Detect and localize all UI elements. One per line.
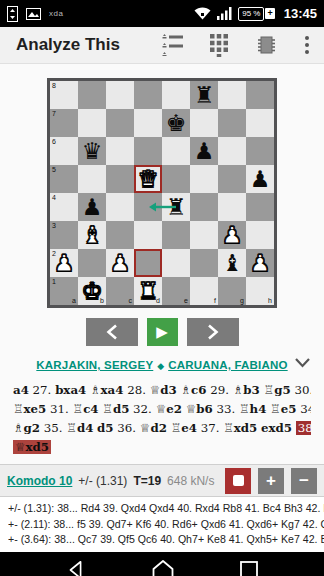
square-c3[interactable] [106, 221, 134, 249]
stop-icon [233, 475, 244, 486]
move-token[interactable]: 27. [33, 383, 52, 397]
square-f6[interactable]: ♟ [190, 137, 218, 165]
engine-name-link[interactable]: Komodo 10 [7, 474, 72, 488]
square-c5[interactable] [106, 165, 134, 193]
engine-variations: +/- (1.31): 38... Rd4 39. Qxd4 Qxd4 40. … [0, 497, 324, 552]
back-button[interactable] [65, 559, 87, 576]
square-e5[interactable] [162, 165, 190, 193]
status-bar: xda 95 % + 13:45 [0, 0, 324, 27]
square-f7[interactable] [190, 109, 218, 137]
move-token[interactable]: 28. [127, 383, 146, 397]
square-e6[interactable] [162, 137, 190, 165]
usb-device-icon [7, 6, 18, 22]
move-token[interactable]: 35. [44, 421, 63, 435]
move-token[interactable]: 29. [210, 383, 229, 397]
square-h7[interactable] [246, 109, 274, 137]
square-f1[interactable]: f [190, 277, 218, 305]
square-c6[interactable] [106, 137, 134, 165]
play-icon: ▶ [156, 325, 168, 340]
square-f8[interactable]: ♜ [190, 81, 218, 109]
move-token[interactable]: a4 [13, 383, 29, 397]
square-a2[interactable]: 2♟ [50, 249, 78, 277]
square-a4[interactable]: 4 [50, 193, 78, 221]
chevron-left-icon [106, 324, 118, 340]
black-queen: ♛ [78, 137, 106, 165]
square-b3[interactable]: ♝ [78, 221, 106, 249]
white-rook: ♜ [134, 277, 162, 305]
notification-text: xda [49, 9, 63, 18]
move-line-3: ♗g2 35. ♖d4 d5 36. ♕d2 ♖e4 37. ♖xd5 exd5… [13, 419, 311, 438]
move-token[interactable]: ♖e4 [171, 421, 197, 435]
move-token[interactable]: ♕d3 [150, 383, 177, 397]
square-f4[interactable] [190, 193, 218, 221]
square-c4[interactable] [106, 193, 134, 221]
white-bishop: ♝ [78, 221, 106, 249]
engine-eval: +/- (1.31) [78, 474, 127, 488]
move-token[interactable]: exd5 [261, 421, 292, 435]
square-b8[interactable] [78, 81, 106, 109]
square-h6[interactable] [246, 137, 274, 165]
square-e7[interactable]: ♚ [162, 109, 190, 137]
previous-move-button[interactable] [86, 318, 138, 346]
black-pawn: ♟ [78, 193, 106, 221]
black-player-link[interactable]: CARUANA, FABIANO [168, 359, 287, 371]
move-token[interactable]: ♖e5 [270, 402, 296, 416]
move-token[interactable]: ♖d4 [66, 421, 93, 435]
square-b1[interactable]: b♚ [78, 277, 106, 305]
move-token[interactable]: 34. [300, 402, 311, 416]
black-rook: ♜ [162, 193, 190, 221]
cell-signal-icon [217, 7, 232, 20]
square-a1[interactable]: 1a [50, 277, 78, 305]
square-a8[interactable]: 8 [50, 81, 78, 109]
square-a5[interactable]: 5 [50, 165, 78, 193]
players-row: KARJAKIN, SERGEY◆CARUANA, FABIANO [0, 355, 324, 373]
square-e4[interactable]: ♜ [162, 193, 190, 221]
square-h5[interactable]: ♟ [246, 165, 274, 193]
white-queen: ♛ [134, 165, 162, 193]
current-move-number[interactable]: 38. [296, 421, 311, 435]
screenshot-image-icon [26, 8, 41, 20]
engine-line-1[interactable]: +/- (1.31): 38... Rd4 39. Qxd4 Qxd4 40. … [8, 501, 324, 517]
move-token[interactable]: ♖h4 [239, 402, 266, 416]
square-b2[interactable] [78, 249, 106, 277]
file-label-c: c [129, 297, 133, 304]
move-token[interactable]: ♗b3 [233, 383, 260, 397]
square-c2[interactable]: ♟ [106, 249, 134, 277]
remove-engine-line-button[interactable]: − [291, 468, 317, 494]
square-d1[interactable]: d♜ [134, 277, 162, 305]
home-button[interactable] [151, 559, 175, 576]
move-token[interactable]: d5 [97, 421, 113, 435]
file-label-f: f [214, 297, 216, 304]
square-d4[interactable] [134, 193, 162, 221]
square-c8[interactable] [106, 81, 134, 109]
move-token[interactable]: ♗g2 [13, 421, 40, 435]
move-token[interactable]: ♕b6 [186, 402, 213, 416]
next-move-button[interactable] [187, 318, 239, 346]
engine-stop-button[interactable] [225, 468, 251, 494]
move-navigation: ▶ [0, 318, 324, 346]
square-f5[interactable] [190, 165, 218, 193]
move-line-1: a4 27. bxa4 ♗xa4 28. ♕d3 ♗c6 29. ♗b3 ♖g5… [13, 381, 311, 400]
engine-depth: T=19 [133, 474, 161, 488]
rank-label-1: 1 [52, 278, 56, 285]
move-list[interactable]: a4 27. bxa4 ♗xa4 28. ♕d3 ♗c6 29. ♗b3 ♖g5… [0, 381, 324, 457]
move-token[interactable]: 36. [117, 421, 136, 435]
battery-charging-icon: + [265, 8, 274, 19]
move-token[interactable]: ♕e2 [156, 402, 182, 416]
board-setup-grid-icon[interactable] [206, 32, 232, 58]
file-label-e: e [184, 297, 188, 304]
square-h8[interactable] [246, 81, 274, 109]
square-c1[interactable]: c [106, 277, 134, 305]
square-e8[interactable] [162, 81, 190, 109]
move-token[interactable]: ♖d5 [102, 402, 129, 416]
square-h4[interactable] [246, 193, 274, 221]
square-a3[interactable]: 3 [50, 221, 78, 249]
move-token[interactable]: 32. [133, 402, 152, 416]
rank-label-5: 5 [52, 166, 56, 173]
white-pawn: ♟ [106, 249, 134, 277]
current-move-move[interactable]: ♕xd5 [13, 440, 51, 454]
white-pawn: ♟ [218, 221, 246, 249]
collapse-chevron-icon[interactable] [294, 355, 311, 373]
square-d5[interactable]: ♛ [134, 165, 162, 193]
square-g1[interactable]: g [218, 277, 246, 305]
black-pawn: ♟ [190, 137, 218, 165]
engine-speed: 648 kN/s [167, 474, 214, 488]
square-f3[interactable] [190, 221, 218, 249]
move-token[interactable]: bxa4 [55, 383, 86, 397]
square-e3[interactable] [162, 221, 190, 249]
file-label-h: h [268, 297, 272, 304]
square-h2[interactable]: ♟ [246, 249, 274, 277]
square-g7[interactable] [218, 109, 246, 137]
square-e1[interactable]: e [162, 277, 190, 305]
android-navigation-bar [0, 552, 324, 576]
app-title: Analyze This [16, 35, 120, 55]
square-g3[interactable]: ♟ [218, 221, 246, 249]
square-d8[interactable] [134, 81, 162, 109]
square-d7[interactable] [134, 109, 162, 137]
square-f2[interactable] [190, 249, 218, 277]
move-token[interactable]: ♖g5 [264, 383, 291, 397]
move-token[interactable]: 33. [216, 402, 235, 416]
overflow-menu-icon[interactable] [300, 32, 314, 58]
engine-line-2[interactable]: +- (2.11): 38... f5 39. Qd7+ Kf6 40. Rd6… [8, 517, 324, 533]
chess-board: 8♜7♚6♛♟5♛♟4♟♜3♝♟2♟♟♝♟1ab♚cd♜efgh [50, 81, 274, 305]
white-player-link[interactable]: KARJAKIN, SERGEY [36, 359, 153, 371]
move-token[interactable]: ♖c4 [73, 402, 99, 416]
square-c7[interactable] [106, 109, 134, 137]
black-pawn: ♟ [246, 165, 274, 193]
move-line-2: ♖xe5 31. ♖c4 ♖d5 32. ♕e2 ♕b6 33. ♖h4 ♖e5… [13, 400, 311, 419]
square-d6[interactable] [134, 137, 162, 165]
square-g8[interactable] [218, 81, 246, 109]
black-king: ♚ [162, 109, 190, 137]
square-h3[interactable] [246, 221, 274, 249]
white-pawn: ♟ [50, 249, 78, 277]
square-g2[interactable]: ♝ [218, 249, 246, 277]
square-b7[interactable] [78, 109, 106, 137]
move-token[interactable]: 30. [294, 383, 311, 397]
engine-header: Komodo 10 +/- (1.31) T=19 648 kN/s + − [0, 464, 324, 497]
square-e2[interactable] [162, 249, 190, 277]
square-h1[interactable]: h [246, 277, 274, 305]
move-list-icon[interactable] [159, 32, 185, 58]
players-separator: ◆ [153, 361, 168, 371]
square-b5[interactable] [78, 165, 106, 193]
board-frame: 8♜7♚6♛♟5♛♟4♟♜3♝♟2♟♟♝♟1ab♚cd♜efgh [47, 78, 277, 308]
white-pawn: ♟ [246, 249, 274, 277]
white-king: ♚ [78, 277, 106, 305]
add-engine-line-button[interactable]: + [258, 468, 284, 494]
file-label-g: g [240, 297, 244, 304]
square-b4[interactable]: ♟ [78, 193, 106, 221]
move-token[interactable]: ♖xd5 [223, 421, 257, 435]
square-b6[interactable]: ♛ [78, 137, 106, 165]
square-d3[interactable] [134, 221, 162, 249]
square-d2[interactable] [134, 249, 162, 277]
rank-label-8: 8 [52, 82, 56, 89]
rank-label-3: 3 [52, 222, 56, 229]
square-g5[interactable] [218, 165, 246, 193]
wifi-icon [194, 7, 211, 20]
move-token[interactable]: 31. [50, 402, 69, 416]
battery-indicator: 95 % + [238, 7, 275, 21]
square-g6[interactable] [218, 137, 246, 165]
move-line-4: ♕xd5 [13, 438, 311, 457]
rank-label-4: 4 [52, 194, 56, 201]
move-token[interactable]: ♗xa4 [90, 383, 123, 397]
black-rook: ♜ [190, 81, 218, 109]
clock: 13:45 [284, 6, 317, 21]
square-a7[interactable]: 7 [50, 109, 78, 137]
square-a6[interactable]: 6 [50, 137, 78, 165]
chess-board-container: 8♜7♚6♛♟5♛♟4♟♜3♝♟2♟♟♝♟1ab♚cd♜efgh [47, 78, 277, 308]
rank-label-7: 7 [52, 110, 56, 117]
move-token[interactable]: ♕d2 [140, 421, 167, 435]
move-token[interactable]: 37. [201, 421, 220, 435]
file-label-a: a [72, 297, 76, 304]
engine-line-3[interactable]: +- (3.64): 38... Qc7 39. Qf5 Qc6 40. Qh7… [8, 532, 324, 548]
black-bishop: ♝ [218, 249, 246, 277]
autoplay-button[interactable]: ▶ [147, 318, 178, 346]
move-token[interactable]: ♖xe5 [13, 402, 46, 416]
app-bar: Analyze This [0, 27, 324, 64]
chevron-right-icon [207, 324, 219, 340]
square-g4[interactable] [218, 193, 246, 221]
recents-button[interactable] [239, 560, 259, 576]
rank-label-6: 6 [52, 138, 56, 145]
battery-percent: 95 % [238, 7, 264, 21]
engine-chip-icon[interactable] [253, 32, 279, 58]
move-token[interactable]: ♗c6 [181, 383, 207, 397]
